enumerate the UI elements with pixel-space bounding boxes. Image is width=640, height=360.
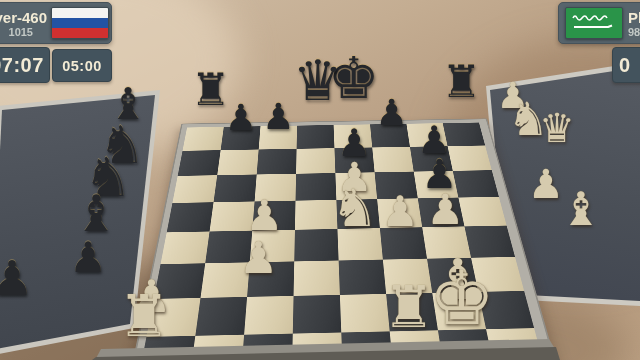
- piece-white-rook-a1[interactable]: ♜: [118, 288, 170, 346]
- captured-black-pawn: ♟: [69, 237, 107, 279]
- piece-white-pawn-f4[interactable]: ♟: [381, 191, 419, 233]
- piece-white-king-g1[interactable]: ♚: [429, 262, 495, 336]
- captured-white-pawn: ♟: [528, 164, 564, 204]
- black-player-name: Pla: [628, 9, 640, 26]
- game-screen: ♜♛♚♜♟♟♟♟♟♟♟♟♞♟♟♟♟♝♜♜♚♝♞♞♝♟♟♟♞♛♟♝ Player-…: [0, 0, 640, 360]
- captured-white-queen: ♛: [539, 108, 575, 148]
- white-main-clock: 07:07: [0, 47, 50, 83]
- white-player-name: Player-460: [0, 9, 47, 26]
- piece-white-rook-f1[interactable]: ♜: [383, 279, 435, 337]
- player-panel-black: Pla 985: [558, 2, 640, 44]
- player-panel-white: Player-460 1015: [0, 2, 112, 44]
- piece-black-pawn-f7[interactable]: ♟: [375, 95, 407, 131]
- white-player-rating: 1015: [9, 26, 47, 38]
- captured-white-bishop: ♝: [560, 186, 601, 232]
- captured-black-bishop: ♝: [74, 189, 119, 239]
- saudi-arabia-flag-icon: [565, 7, 623, 39]
- russia-flag-icon: [51, 7, 109, 39]
- piece-black-rook-h8[interactable]: ♜: [441, 59, 481, 104]
- black-clock: 0: [612, 47, 640, 83]
- piece-black-pawn-c7[interactable]: ♟: [262, 99, 294, 135]
- piece-white-pawn-c3[interactable]: ♟: [239, 236, 278, 280]
- black-player-rating: 985: [628, 26, 640, 38]
- captured-black-pawn: ♟: [0, 254, 34, 302]
- piece-white-pawn-g4[interactable]: ♟: [427, 189, 465, 231]
- piece-black-pawn-b7[interactable]: ♟: [225, 100, 257, 136]
- piece-black-queen-d8[interactable]: ♛: [293, 53, 343, 109]
- white-secondary-clock: 05:00: [52, 49, 112, 82]
- piece-white-knight-e4[interactable]: ♞: [331, 182, 378, 235]
